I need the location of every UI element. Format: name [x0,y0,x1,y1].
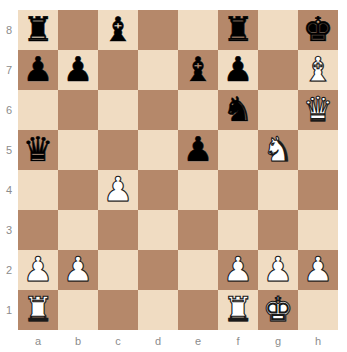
piece-white-rook[interactable]: ♜ [23,292,53,326]
rank-label-1: 1 [0,290,18,330]
piece-black-king[interactable]: ♚ [303,12,333,46]
piece-white-pawn[interactable]: ♟ [223,252,253,286]
piece-white-pawn[interactable]: ♟ [263,252,293,286]
file-label-a: a [18,330,58,352]
rank-label-7: 7 [0,50,18,90]
piece-white-knight[interactable]: ♞ [263,132,293,166]
square-b8[interactable] [58,10,98,50]
square-a4[interactable] [18,170,58,210]
square-d2[interactable] [138,250,178,290]
file-label-g: g [258,330,298,352]
rank-label-3: 3 [0,210,18,250]
piece-white-king[interactable]: ♚ [263,292,293,326]
square-e8[interactable] [178,10,218,50]
square-b3[interactable] [58,210,98,250]
square-e1[interactable] [178,290,218,330]
square-a2[interactable]: ♟ [18,250,58,290]
square-d5[interactable] [138,130,178,170]
piece-white-pawn[interactable]: ♟ [103,172,133,206]
piece-white-queen[interactable]: ♛ [303,92,333,126]
square-c6[interactable] [98,90,138,130]
piece-black-rook[interactable]: ♜ [23,12,53,46]
square-d4[interactable] [138,170,178,210]
square-a1[interactable]: ♜ [18,290,58,330]
square-h6[interactable]: ♛ [298,90,338,130]
square-g4[interactable] [258,170,298,210]
square-b2[interactable]: ♟ [58,250,98,290]
piece-white-bishop[interactable]: ♝ [303,52,333,86]
piece-black-pawn[interactable]: ♟ [63,52,93,86]
square-f7[interactable]: ♟ [218,50,258,90]
square-f5[interactable] [218,130,258,170]
square-d3[interactable] [138,210,178,250]
square-h8[interactable]: ♚ [298,10,338,50]
square-b6[interactable] [58,90,98,130]
square-e2[interactable] [178,250,218,290]
chess-board-diagram: 87654321 ♜♝♜♚♟♟♝♟♝♞♛♛♟♞♟♟♟♟♟♟♜♜♚ abcdefg… [0,0,347,352]
square-d6[interactable] [138,90,178,130]
square-c4[interactable]: ♟ [98,170,138,210]
square-h2[interactable]: ♟ [298,250,338,290]
square-d8[interactable] [138,10,178,50]
square-g5[interactable]: ♞ [258,130,298,170]
piece-black-pawn[interactable]: ♟ [23,52,53,86]
file-label-c: c [98,330,138,352]
rank-label-8: 8 [0,10,18,50]
piece-black-pawn[interactable]: ♟ [223,52,253,86]
square-b5[interactable] [58,130,98,170]
piece-black-rook[interactable]: ♜ [223,12,253,46]
square-a8[interactable]: ♜ [18,10,58,50]
piece-black-knight[interactable]: ♞ [223,92,253,126]
file-label-e: e [178,330,218,352]
square-h3[interactable] [298,210,338,250]
square-h4[interactable] [298,170,338,210]
square-g2[interactable]: ♟ [258,250,298,290]
square-c3[interactable] [98,210,138,250]
square-e7[interactable]: ♝ [178,50,218,90]
piece-black-bishop[interactable]: ♝ [183,52,213,86]
piece-black-queen[interactable]: ♛ [23,132,53,166]
square-e3[interactable] [178,210,218,250]
square-a7[interactable]: ♟ [18,50,58,90]
file-labels: abcdefgh [18,330,338,352]
square-c8[interactable]: ♝ [98,10,138,50]
square-f6[interactable]: ♞ [218,90,258,130]
square-f8[interactable]: ♜ [218,10,258,50]
rank-label-2: 2 [0,250,18,290]
file-label-d: d [138,330,178,352]
square-e4[interactable] [178,170,218,210]
square-e6[interactable] [178,90,218,130]
rank-label-6: 6 [0,90,18,130]
piece-white-pawn[interactable]: ♟ [303,252,333,286]
square-g7[interactable] [258,50,298,90]
square-e5[interactable]: ♟ [178,130,218,170]
square-d7[interactable] [138,50,178,90]
file-label-b: b [58,330,98,352]
square-f2[interactable]: ♟ [218,250,258,290]
square-h5[interactable] [298,130,338,170]
piece-black-bishop[interactable]: ♝ [103,12,133,46]
square-b1[interactable] [58,290,98,330]
square-h1[interactable] [298,290,338,330]
square-g3[interactable] [258,210,298,250]
square-f4[interactable] [218,170,258,210]
square-b4[interactable] [58,170,98,210]
piece-white-pawn[interactable]: ♟ [63,252,93,286]
square-g6[interactable] [258,90,298,130]
square-c5[interactable] [98,130,138,170]
square-c7[interactable] [98,50,138,90]
piece-white-pawn[interactable]: ♟ [23,252,53,286]
rank-label-4: 4 [0,170,18,210]
piece-black-pawn[interactable]: ♟ [183,132,213,166]
square-f1[interactable]: ♜ [218,290,258,330]
square-a3[interactable] [18,210,58,250]
square-g8[interactable] [258,10,298,50]
square-f3[interactable] [218,210,258,250]
file-label-h: h [298,330,338,352]
square-b7[interactable]: ♟ [58,50,98,90]
square-h7[interactable]: ♝ [298,50,338,90]
rank-label-5: 5 [0,130,18,170]
square-c2[interactable] [98,250,138,290]
square-g1[interactable]: ♚ [258,290,298,330]
square-d1[interactable] [138,290,178,330]
square-c1[interactable] [98,290,138,330]
square-a5[interactable]: ♛ [18,130,58,170]
rank-labels: 87654321 [0,10,18,330]
piece-white-rook[interactable]: ♜ [223,292,253,326]
file-label-f: f [218,330,258,352]
square-a6[interactable] [18,90,58,130]
chess-board: ♜♝♜♚♟♟♝♟♝♞♛♛♟♞♟♟♟♟♟♟♜♜♚ [18,10,338,330]
